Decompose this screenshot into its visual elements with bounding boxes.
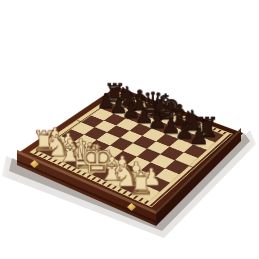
chess-set-product-photo: ♜♞♝♛♚♝♞♜♟♟♟♟♟♟♟♟♟♟♟♟♟♟♟♟♜♞♝♛♚♝♞♜ <box>0 0 259 259</box>
board-field: ♜♞♝♛♚♝♞♜♟♟♟♟♟♟♟♟♟♟♟♟♟♟♟♟♜♞♝♛♚♝♞♜ <box>38 95 225 201</box>
chess-board: ♜♞♝♛♚♝♞♜♟♟♟♟♟♟♟♟♟♟♟♟♟♟♟♟♜♞♝♛♚♝♞♜ <box>18 87 244 216</box>
